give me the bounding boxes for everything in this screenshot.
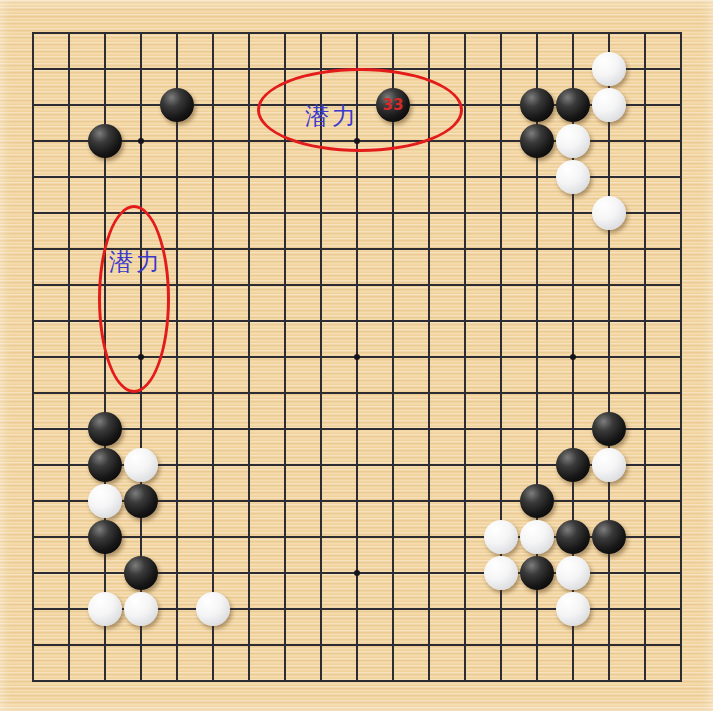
intersection-P8[interactable] <box>519 411 555 447</box>
intersection-E19[interactable] <box>159 15 195 51</box>
intersection-F6[interactable] <box>195 483 231 519</box>
intersection-K16[interactable] <box>339 123 375 159</box>
intersection-N12[interactable] <box>447 267 483 303</box>
intersection-B2[interactable] <box>51 627 87 663</box>
intersection-E10[interactable] <box>159 339 195 375</box>
intersection-K1[interactable] <box>339 663 375 699</box>
intersection-C5[interactable] <box>87 519 123 555</box>
intersection-H9[interactable] <box>267 375 303 411</box>
intersection-G5[interactable] <box>231 519 267 555</box>
intersection-L10[interactable] <box>375 339 411 375</box>
intersection-L14[interactable] <box>375 195 411 231</box>
intersection-C14[interactable] <box>87 195 123 231</box>
intersection-O17[interactable] <box>483 87 519 123</box>
intersection-S10[interactable] <box>627 339 663 375</box>
intersection-N8[interactable] <box>447 411 483 447</box>
intersection-F7[interactable] <box>195 447 231 483</box>
intersection-N4[interactable] <box>447 555 483 591</box>
intersection-J19[interactable] <box>303 15 339 51</box>
intersection-P11[interactable] <box>519 303 555 339</box>
intersection-D9[interactable] <box>123 375 159 411</box>
intersection-E5[interactable] <box>159 519 195 555</box>
intersection-O18[interactable] <box>483 51 519 87</box>
intersection-B7[interactable] <box>51 447 87 483</box>
intersection-P9[interactable] <box>519 375 555 411</box>
intersection-K8[interactable] <box>339 411 375 447</box>
intersection-O11[interactable] <box>483 303 519 339</box>
intersection-F1[interactable] <box>195 663 231 699</box>
intersection-G13[interactable] <box>231 231 267 267</box>
intersection-G16[interactable] <box>231 123 267 159</box>
intersection-B19[interactable] <box>51 15 87 51</box>
intersection-M6[interactable] <box>411 483 447 519</box>
intersection-Q1[interactable] <box>555 663 591 699</box>
intersection-A15[interactable] <box>15 159 51 195</box>
intersection-E12[interactable] <box>159 267 195 303</box>
intersection-R17[interactable] <box>591 87 627 123</box>
intersection-C15[interactable] <box>87 159 123 195</box>
intersection-P15[interactable] <box>519 159 555 195</box>
intersection-L5[interactable] <box>375 519 411 555</box>
intersection-K3[interactable] <box>339 591 375 627</box>
intersection-F18[interactable] <box>195 51 231 87</box>
intersection-G8[interactable] <box>231 411 267 447</box>
intersection-F14[interactable] <box>195 195 231 231</box>
intersection-G15[interactable] <box>231 159 267 195</box>
intersection-C3[interactable] <box>87 591 123 627</box>
intersection-R12[interactable] <box>591 267 627 303</box>
intersection-G14[interactable] <box>231 195 267 231</box>
intersection-T16[interactable] <box>663 123 699 159</box>
intersection-S11[interactable] <box>627 303 663 339</box>
intersection-O1[interactable] <box>483 663 519 699</box>
intersection-M16[interactable] <box>411 123 447 159</box>
intersection-F4[interactable] <box>195 555 231 591</box>
intersection-T13[interactable] <box>663 231 699 267</box>
intersection-G6[interactable] <box>231 483 267 519</box>
intersection-F12[interactable] <box>195 267 231 303</box>
intersection-R16[interactable] <box>591 123 627 159</box>
intersection-F17[interactable] <box>195 87 231 123</box>
intersection-N18[interactable] <box>447 51 483 87</box>
intersection-R1[interactable] <box>591 663 627 699</box>
intersection-C6[interactable] <box>87 483 123 519</box>
intersection-T6[interactable] <box>663 483 699 519</box>
intersection-J18[interactable] <box>303 51 339 87</box>
intersection-H18[interactable] <box>267 51 303 87</box>
intersection-M13[interactable] <box>411 231 447 267</box>
intersection-A19[interactable] <box>15 15 51 51</box>
intersection-D1[interactable] <box>123 663 159 699</box>
intersection-F10[interactable] <box>195 339 231 375</box>
intersection-Q14[interactable] <box>555 195 591 231</box>
intersection-J15[interactable] <box>303 159 339 195</box>
intersection-E9[interactable] <box>159 375 195 411</box>
intersection-C18[interactable] <box>87 51 123 87</box>
intersection-E17[interactable] <box>159 87 195 123</box>
intersection-O15[interactable] <box>483 159 519 195</box>
intersection-M11[interactable] <box>411 303 447 339</box>
intersection-S7[interactable] <box>627 447 663 483</box>
intersection-N16[interactable] <box>447 123 483 159</box>
intersection-E15[interactable] <box>159 159 195 195</box>
intersection-M5[interactable] <box>411 519 447 555</box>
intersection-S5[interactable] <box>627 519 663 555</box>
intersection-M18[interactable] <box>411 51 447 87</box>
intersection-Q15[interactable] <box>555 159 591 195</box>
intersection-S18[interactable] <box>627 51 663 87</box>
intersection-C19[interactable] <box>87 15 123 51</box>
intersection-H10[interactable] <box>267 339 303 375</box>
intersection-H14[interactable] <box>267 195 303 231</box>
intersection-D3[interactable] <box>123 591 159 627</box>
intersection-P5[interactable] <box>519 519 555 555</box>
intersection-E13[interactable] <box>159 231 195 267</box>
intersection-B8[interactable] <box>51 411 87 447</box>
intersection-O16[interactable] <box>483 123 519 159</box>
intersection-H17[interactable] <box>267 87 303 123</box>
intersection-T8[interactable] <box>663 411 699 447</box>
intersection-S15[interactable] <box>627 159 663 195</box>
intersection-Q16[interactable] <box>555 123 591 159</box>
intersection-L9[interactable] <box>375 375 411 411</box>
intersection-O9[interactable] <box>483 375 519 411</box>
intersection-P16[interactable] <box>519 123 555 159</box>
intersection-J1[interactable] <box>303 663 339 699</box>
intersection-R9[interactable] <box>591 375 627 411</box>
intersection-D18[interactable] <box>123 51 159 87</box>
intersection-R7[interactable] <box>591 447 627 483</box>
intersection-L13[interactable] <box>375 231 411 267</box>
intersection-H6[interactable] <box>267 483 303 519</box>
intersection-K17[interactable] <box>339 87 375 123</box>
intersection-Q4[interactable] <box>555 555 591 591</box>
intersection-B13[interactable] <box>51 231 87 267</box>
intersection-Q2[interactable] <box>555 627 591 663</box>
intersection-C11[interactable] <box>87 303 123 339</box>
intersection-O7[interactable] <box>483 447 519 483</box>
intersection-C8[interactable] <box>87 411 123 447</box>
intersection-F13[interactable] <box>195 231 231 267</box>
intersection-Q7[interactable] <box>555 447 591 483</box>
intersection-Q9[interactable] <box>555 375 591 411</box>
intersection-B1[interactable] <box>51 663 87 699</box>
intersection-A8[interactable] <box>15 411 51 447</box>
intersection-K6[interactable] <box>339 483 375 519</box>
intersection-F16[interactable] <box>195 123 231 159</box>
intersection-H1[interactable] <box>267 663 303 699</box>
intersection-M12[interactable] <box>411 267 447 303</box>
intersection-R8[interactable] <box>591 411 627 447</box>
intersection-D10[interactable] <box>123 339 159 375</box>
intersection-B5[interactable] <box>51 519 87 555</box>
intersection-L7[interactable] <box>375 447 411 483</box>
intersection-N10[interactable] <box>447 339 483 375</box>
intersection-G17[interactable] <box>231 87 267 123</box>
intersection-B16[interactable] <box>51 123 87 159</box>
intersection-P2[interactable] <box>519 627 555 663</box>
intersection-O14[interactable] <box>483 195 519 231</box>
intersection-B11[interactable] <box>51 303 87 339</box>
intersection-O4[interactable] <box>483 555 519 591</box>
intersection-T4[interactable] <box>663 555 699 591</box>
intersection-C12[interactable] <box>87 267 123 303</box>
intersection-T19[interactable] <box>663 15 699 51</box>
intersection-N14[interactable] <box>447 195 483 231</box>
intersection-Q11[interactable] <box>555 303 591 339</box>
intersection-R14[interactable] <box>591 195 627 231</box>
intersection-N5[interactable] <box>447 519 483 555</box>
intersection-O10[interactable] <box>483 339 519 375</box>
intersection-N7[interactable] <box>447 447 483 483</box>
intersection-K2[interactable] <box>339 627 375 663</box>
intersection-J4[interactable] <box>303 555 339 591</box>
intersection-J6[interactable] <box>303 483 339 519</box>
intersection-A17[interactable] <box>15 87 51 123</box>
intersection-C7[interactable] <box>87 447 123 483</box>
intersection-L2[interactable] <box>375 627 411 663</box>
intersection-Q10[interactable] <box>555 339 591 375</box>
intersection-H12[interactable] <box>267 267 303 303</box>
intersection-G19[interactable] <box>231 15 267 51</box>
intersection-A1[interactable] <box>15 663 51 699</box>
intersection-B4[interactable] <box>51 555 87 591</box>
intersection-R3[interactable] <box>591 591 627 627</box>
intersection-B14[interactable] <box>51 195 87 231</box>
intersection-B18[interactable] <box>51 51 87 87</box>
intersection-C13[interactable] <box>87 231 123 267</box>
intersection-R2[interactable] <box>591 627 627 663</box>
intersection-Q13[interactable] <box>555 231 591 267</box>
intersection-G18[interactable] <box>231 51 267 87</box>
intersection-T12[interactable] <box>663 267 699 303</box>
intersection-K18[interactable] <box>339 51 375 87</box>
intersection-J3[interactable] <box>303 591 339 627</box>
intersection-K12[interactable] <box>339 267 375 303</box>
intersection-R18[interactable] <box>591 51 627 87</box>
intersection-M17[interactable] <box>411 87 447 123</box>
intersection-H5[interactable] <box>267 519 303 555</box>
intersection-M4[interactable] <box>411 555 447 591</box>
intersection-C17[interactable] <box>87 87 123 123</box>
intersection-J13[interactable] <box>303 231 339 267</box>
intersection-N3[interactable] <box>447 591 483 627</box>
intersection-R5[interactable] <box>591 519 627 555</box>
intersection-A11[interactable] <box>15 303 51 339</box>
intersection-E1[interactable] <box>159 663 195 699</box>
intersection-J17[interactable] <box>303 87 339 123</box>
intersection-H4[interactable] <box>267 555 303 591</box>
intersection-S12[interactable] <box>627 267 663 303</box>
intersection-S16[interactable] <box>627 123 663 159</box>
intersection-Q19[interactable] <box>555 15 591 51</box>
intersection-H16[interactable] <box>267 123 303 159</box>
intersection-G2[interactable] <box>231 627 267 663</box>
intersection-H13[interactable] <box>267 231 303 267</box>
intersection-O19[interactable] <box>483 15 519 51</box>
intersection-M10[interactable] <box>411 339 447 375</box>
intersection-Q6[interactable] <box>555 483 591 519</box>
intersection-O5[interactable] <box>483 519 519 555</box>
intersection-T18[interactable] <box>663 51 699 87</box>
intersection-J14[interactable] <box>303 195 339 231</box>
intersection-T3[interactable] <box>663 591 699 627</box>
intersection-Q12[interactable] <box>555 267 591 303</box>
intersection-E3[interactable] <box>159 591 195 627</box>
intersection-J7[interactable] <box>303 447 339 483</box>
intersection-L8[interactable] <box>375 411 411 447</box>
intersection-E18[interactable] <box>159 51 195 87</box>
intersection-K5[interactable] <box>339 519 375 555</box>
intersection-T2[interactable] <box>663 627 699 663</box>
intersection-D8[interactable] <box>123 411 159 447</box>
intersection-N15[interactable] <box>447 159 483 195</box>
intersection-K14[interactable] <box>339 195 375 231</box>
intersection-N11[interactable] <box>447 303 483 339</box>
intersection-E7[interactable] <box>159 447 195 483</box>
intersection-T14[interactable] <box>663 195 699 231</box>
intersection-N9[interactable] <box>447 375 483 411</box>
intersection-K7[interactable] <box>339 447 375 483</box>
intersection-L11[interactable] <box>375 303 411 339</box>
intersection-T5[interactable] <box>663 519 699 555</box>
intersection-C4[interactable] <box>87 555 123 591</box>
intersection-Q17[interactable] <box>555 87 591 123</box>
intersection-B17[interactable] <box>51 87 87 123</box>
intersection-J11[interactable] <box>303 303 339 339</box>
intersection-H15[interactable] <box>267 159 303 195</box>
intersection-K13[interactable] <box>339 231 375 267</box>
intersection-S2[interactable] <box>627 627 663 663</box>
intersection-A3[interactable] <box>15 591 51 627</box>
intersection-H8[interactable] <box>267 411 303 447</box>
intersection-S13[interactable] <box>627 231 663 267</box>
intersection-L19[interactable] <box>375 15 411 51</box>
intersection-P1[interactable] <box>519 663 555 699</box>
intersection-C16[interactable] <box>87 123 123 159</box>
intersection-E11[interactable] <box>159 303 195 339</box>
intersection-S6[interactable] <box>627 483 663 519</box>
intersection-P6[interactable] <box>519 483 555 519</box>
intersection-T10[interactable] <box>663 339 699 375</box>
intersection-M1[interactable] <box>411 663 447 699</box>
intersection-Q18[interactable] <box>555 51 591 87</box>
intersection-P19[interactable] <box>519 15 555 51</box>
intersection-D16[interactable] <box>123 123 159 159</box>
intersection-A6[interactable] <box>15 483 51 519</box>
intersection-S4[interactable] <box>627 555 663 591</box>
intersection-O6[interactable] <box>483 483 519 519</box>
intersection-S14[interactable] <box>627 195 663 231</box>
intersection-M3[interactable] <box>411 591 447 627</box>
intersection-R10[interactable] <box>591 339 627 375</box>
intersection-O12[interactable] <box>483 267 519 303</box>
intersection-L1[interactable] <box>375 663 411 699</box>
intersection-N19[interactable] <box>447 15 483 51</box>
intersection-C2[interactable] <box>87 627 123 663</box>
intersection-E14[interactable] <box>159 195 195 231</box>
intersection-K11[interactable] <box>339 303 375 339</box>
intersection-L3[interactable] <box>375 591 411 627</box>
intersection-R4[interactable] <box>591 555 627 591</box>
intersection-P4[interactable] <box>519 555 555 591</box>
intersection-G9[interactable] <box>231 375 267 411</box>
intersection-A16[interactable] <box>15 123 51 159</box>
intersection-L16[interactable] <box>375 123 411 159</box>
intersection-F15[interactable] <box>195 159 231 195</box>
intersection-M2[interactable] <box>411 627 447 663</box>
intersection-L15[interactable] <box>375 159 411 195</box>
intersection-B9[interactable] <box>51 375 87 411</box>
intersection-L4[interactable] <box>375 555 411 591</box>
intersection-B12[interactable] <box>51 267 87 303</box>
intersection-S17[interactable] <box>627 87 663 123</box>
intersection-F19[interactable] <box>195 15 231 51</box>
intersection-S9[interactable] <box>627 375 663 411</box>
intersection-E8[interactable] <box>159 411 195 447</box>
intersection-L18[interactable] <box>375 51 411 87</box>
intersection-J9[interactable] <box>303 375 339 411</box>
intersection-B10[interactable] <box>51 339 87 375</box>
intersection-A7[interactable] <box>15 447 51 483</box>
intersection-O2[interactable] <box>483 627 519 663</box>
intersection-H19[interactable] <box>267 15 303 51</box>
intersection-P14[interactable] <box>519 195 555 231</box>
intersection-F9[interactable] <box>195 375 231 411</box>
intersection-T9[interactable] <box>663 375 699 411</box>
intersection-M19[interactable] <box>411 15 447 51</box>
intersection-K10[interactable] <box>339 339 375 375</box>
intersection-D11[interactable] <box>123 303 159 339</box>
intersection-J5[interactable] <box>303 519 339 555</box>
intersection-H2[interactable] <box>267 627 303 663</box>
intersection-M9[interactable] <box>411 375 447 411</box>
intersection-L12[interactable] <box>375 267 411 303</box>
intersection-D6[interactable] <box>123 483 159 519</box>
intersection-E6[interactable] <box>159 483 195 519</box>
intersection-J8[interactable] <box>303 411 339 447</box>
intersection-E16[interactable] <box>159 123 195 159</box>
intersection-Q3[interactable] <box>555 591 591 627</box>
intersection-A14[interactable] <box>15 195 51 231</box>
intersection-C9[interactable] <box>87 375 123 411</box>
intersection-R6[interactable] <box>591 483 627 519</box>
intersection-A18[interactable] <box>15 51 51 87</box>
intersection-D14[interactable] <box>123 195 159 231</box>
intersection-P10[interactable] <box>519 339 555 375</box>
intersection-A13[interactable] <box>15 231 51 267</box>
intersection-F5[interactable] <box>195 519 231 555</box>
intersection-F2[interactable] <box>195 627 231 663</box>
intersection-R11[interactable] <box>591 303 627 339</box>
intersection-N17[interactable] <box>447 87 483 123</box>
intersection-D17[interactable] <box>123 87 159 123</box>
intersection-F8[interactable] <box>195 411 231 447</box>
intersection-E2[interactable] <box>159 627 195 663</box>
intersection-R19[interactable] <box>591 15 627 51</box>
intersection-N1[interactable] <box>447 663 483 699</box>
intersection-K4[interactable] <box>339 555 375 591</box>
intersection-O3[interactable] <box>483 591 519 627</box>
intersection-R15[interactable] <box>591 159 627 195</box>
intersection-K19[interactable] <box>339 15 375 51</box>
intersection-D7[interactable] <box>123 447 159 483</box>
intersection-M8[interactable] <box>411 411 447 447</box>
intersection-D4[interactable] <box>123 555 159 591</box>
intersection-Q5[interactable] <box>555 519 591 555</box>
intersection-S8[interactable] <box>627 411 663 447</box>
intersection-L6[interactable] <box>375 483 411 519</box>
